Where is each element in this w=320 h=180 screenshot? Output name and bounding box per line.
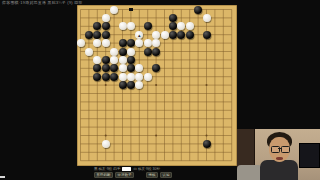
square-marker bbox=[129, 8, 133, 12]
corner-artifact bbox=[0, 176, 5, 178]
game-control-bar: 黑 棋友·9段 45手 白 棋友·9段 30秒 形势判断 申请数子 悔棋 认输 bbox=[94, 166, 226, 178]
star-point bbox=[105, 84, 107, 86]
black-stone-11-1 bbox=[169, 14, 177, 22]
white-stone-8-8 bbox=[144, 73, 152, 81]
white-stone-5-8 bbox=[119, 73, 127, 81]
estimate-button[interactable]: 形势判断 bbox=[94, 172, 113, 179]
black-stone-11-3 bbox=[169, 31, 177, 39]
count-button[interactable]: 申请数子 bbox=[115, 172, 134, 179]
white-stone-7-8 bbox=[135, 73, 143, 81]
black-stone-5-4 bbox=[119, 39, 127, 47]
white-player-info: 白 棋友·9段 30秒 bbox=[133, 167, 159, 172]
black-stone-3-3 bbox=[102, 31, 110, 39]
black-stone-9-5 bbox=[152, 48, 160, 56]
black-stone-5-5 bbox=[119, 48, 127, 56]
white-stone-9-3 bbox=[152, 31, 160, 39]
stream-screen: 弈客围棋·19路对局直播 黑贴3¾子 (9) 回放 ▴ 黑 棋友·9段 45手 … bbox=[0, 0, 320, 180]
black-stone-14-0 bbox=[194, 6, 202, 14]
white-stone-10-3 bbox=[161, 31, 169, 39]
star-point bbox=[206, 84, 208, 86]
white-stone-6-5 bbox=[127, 48, 135, 56]
black-stone-8-2 bbox=[144, 22, 152, 30]
star-point bbox=[206, 135, 208, 137]
white-stone-13-2 bbox=[186, 22, 194, 30]
glasses-right-lens bbox=[281, 146, 290, 153]
black-stone-4-8 bbox=[110, 73, 118, 81]
black-stone-3-7 bbox=[102, 64, 110, 72]
monitor-background bbox=[299, 143, 320, 168]
black-stone-6-4 bbox=[127, 39, 135, 47]
white-stone-4-5 bbox=[110, 48, 118, 56]
resign-button[interactable]: 认输 bbox=[160, 172, 172, 179]
white-stone-7-3: ▴ bbox=[135, 31, 143, 39]
white-stone-4-0 bbox=[110, 6, 118, 14]
black-stone-12-3 bbox=[177, 31, 185, 39]
white-stone-3-16 bbox=[102, 140, 110, 148]
white-stone-3-4 bbox=[102, 39, 110, 47]
white-stone-5-2 bbox=[119, 22, 127, 30]
glasses bbox=[270, 146, 289, 151]
black-stone-15-16 bbox=[203, 140, 211, 148]
black-stone-8-5 bbox=[144, 48, 152, 56]
go-board[interactable]: ▴ bbox=[77, 5, 237, 166]
person-torso bbox=[260, 160, 298, 180]
black-stone-3-6 bbox=[102, 56, 110, 64]
white-stone-0-4 bbox=[77, 39, 85, 47]
white-stone-15-1 bbox=[203, 14, 211, 22]
white-stone-1-5 bbox=[85, 48, 93, 56]
couch-background bbox=[237, 165, 262, 180]
black-stone-3-2 bbox=[102, 22, 110, 30]
white-stone-6-8 bbox=[127, 73, 135, 81]
game-buttons-row: 形势判断 申请数子 悔棋 认输 bbox=[94, 172, 226, 178]
black-stone-2-8 bbox=[93, 73, 101, 81]
white-stone-5-6 bbox=[119, 56, 127, 64]
black-stone-3-8 bbox=[102, 73, 110, 81]
board-grid bbox=[77, 5, 237, 166]
black-stone-5-9 bbox=[119, 81, 127, 89]
last-move-mark: ▴ bbox=[135, 31, 143, 39]
undo-button[interactable]: 悔棋 bbox=[146, 172, 158, 179]
black-player-info: 黑 棋友·9段 45手 bbox=[94, 167, 120, 172]
person-mouth bbox=[276, 157, 283, 160]
glasses-bridge bbox=[278, 148, 282, 149]
webcam-feed bbox=[237, 129, 320, 180]
white-stone-5-7 bbox=[119, 64, 127, 72]
star-point bbox=[155, 135, 157, 137]
black-stone-2-3 bbox=[93, 31, 101, 39]
white-stone-3-1 bbox=[102, 14, 110, 22]
black-stone-6-6 bbox=[127, 56, 135, 64]
black-stone-6-9 bbox=[127, 81, 135, 89]
black-stone-13-3 bbox=[186, 31, 194, 39]
black-stone-1-3 bbox=[85, 31, 93, 39]
black-stone-15-3 bbox=[203, 31, 211, 39]
star-point bbox=[155, 84, 157, 86]
window-title: 弈客围棋·19路对局直播 黑贴3¾子 (9) 回放 bbox=[2, 0, 83, 5]
white-to-move-indicator bbox=[122, 167, 131, 172]
white-stone-8-4 bbox=[144, 39, 152, 47]
white-stone-4-6 bbox=[110, 56, 118, 64]
star-point bbox=[105, 135, 107, 137]
